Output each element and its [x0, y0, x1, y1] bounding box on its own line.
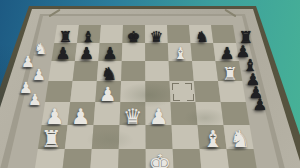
piece-wP-c5[interactable]: ♟	[99, 85, 116, 105]
piece-bK-d8[interactable]: ♚	[127, 30, 140, 45]
piece-wP-b4[interactable]: ♟	[71, 106, 90, 128]
piece-wR-a3[interactable]: ♜	[41, 128, 62, 152]
piece-bP-b7[interactable]: ♟	[79, 46, 94, 63]
piece-bR-a8[interactable]: ♜	[59, 30, 72, 45]
piece-bQ-e8[interactable]: ♛	[150, 30, 163, 45]
piece-wB-g3[interactable]: ♝	[203, 128, 224, 152]
piece-bB-b8[interactable]: ♝	[82, 30, 95, 45]
piece-bP-c7[interactable]: ♟	[103, 46, 118, 63]
captured-black-P: ♟	[253, 97, 267, 113]
piece-wR-h6[interactable]: ♜	[222, 65, 238, 83]
piece-wP-e4[interactable]: ♟	[149, 106, 168, 128]
move-marker-corner	[173, 94, 180, 101]
move-marker-corner	[185, 83, 192, 90]
piece-bN-c6[interactable]: ♞	[101, 65, 117, 83]
move-marker-corner	[187, 94, 194, 101]
move-marker-corner	[172, 83, 179, 90]
captured-white-P: ♟	[32, 68, 46, 84]
piece-wN-h3[interactable]: ♞	[230, 128, 251, 152]
piece-wB-f7[interactable]: ♝	[173, 46, 188, 63]
captured-white-N: ♞	[34, 42, 48, 58]
piece-wQ-d4[interactable]: ♛	[123, 106, 142, 128]
piece-bP-h7[interactable]: ♟	[220, 46, 235, 63]
chess-scene: ♜♝♚♛♞♟♟♟♝♟♞♜♟♟♟♛♟♜♝♞♚ ♞♟♟♟♟♜♟♝♟♟♟	[0, 0, 300, 168]
piece-bN-g8[interactable]: ♞	[195, 30, 208, 45]
piece-bP-a7[interactable]: ♟	[56, 46, 71, 63]
captured-white-P: ♟	[28, 93, 42, 109]
piece-wK-e2[interactable]: ♚	[148, 151, 171, 168]
